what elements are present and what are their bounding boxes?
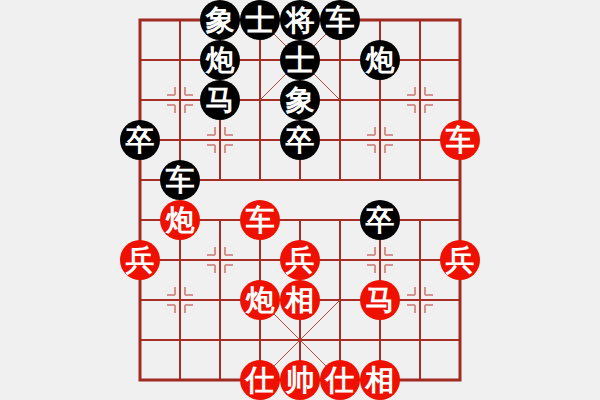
piece-black-soldier[interactable]: 卒 (280, 120, 320, 160)
piece-red-cannon[interactable]: 炮 (160, 200, 200, 240)
piece-black-general[interactable]: 将 (280, 0, 320, 40)
piece-black-elephant[interactable]: 象 (280, 80, 320, 120)
piece-black-soldier[interactable]: 卒 (360, 200, 400, 240)
piece-black-advisor[interactable]: 士 (240, 0, 280, 40)
piece-red-advisor[interactable]: 仕 (320, 360, 360, 400)
piece-black-elephant[interactable]: 象 (200, 0, 240, 40)
piece-red-soldier[interactable]: 兵 (440, 240, 480, 280)
piece-black-cannon[interactable]: 炮 (200, 40, 240, 80)
piece-black-horse[interactable]: 马 (200, 80, 240, 120)
piece-black-chariot[interactable]: 车 (160, 160, 200, 200)
xiangqi-app: 象士将车炮士炮马象卒卒车车炮车卒兵兵兵炮相马仕帅仕相 (0, 0, 600, 400)
pieces-layer: 象士将车炮士炮马象卒卒车车炮车卒兵兵兵炮相马仕帅仕相 (0, 0, 600, 400)
piece-red-elephant[interactable]: 相 (280, 280, 320, 320)
piece-red-chariot[interactable]: 车 (240, 200, 280, 240)
piece-red-chariot[interactable]: 车 (440, 120, 480, 160)
piece-red-elephant[interactable]: 相 (360, 360, 400, 400)
piece-red-cannon[interactable]: 炮 (240, 280, 280, 320)
piece-black-advisor[interactable]: 士 (280, 40, 320, 80)
piece-black-chariot[interactable]: 车 (320, 0, 360, 40)
piece-black-soldier[interactable]: 卒 (120, 120, 160, 160)
piece-black-cannon[interactable]: 炮 (360, 40, 400, 80)
piece-red-soldier[interactable]: 兵 (280, 240, 320, 280)
piece-red-general[interactable]: 帅 (280, 360, 320, 400)
piece-red-advisor[interactable]: 仕 (240, 360, 280, 400)
piece-red-horse[interactable]: 马 (360, 280, 400, 320)
piece-red-soldier[interactable]: 兵 (120, 240, 160, 280)
